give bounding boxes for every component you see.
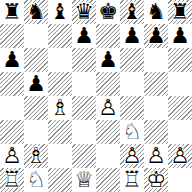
square-h8[interactable]: ♜♜ <box>168 0 192 24</box>
black-pawn-icon: ♟ <box>74 25 94 47</box>
square-b1[interactable]: ♞♘ <box>24 168 48 192</box>
square-h5[interactable] <box>168 72 192 96</box>
piece-black-pawn: ♟♟ <box>24 72 48 96</box>
black-knight-icon: ♞ <box>26 1 46 23</box>
square-e3[interactable] <box>96 120 120 144</box>
white-bishop-icon: ♗ <box>26 145 46 167</box>
white-pawn-icon: ♙ <box>146 145 166 167</box>
square-h1[interactable] <box>168 168 192 192</box>
white-bishop-icon: ♗ <box>50 97 70 119</box>
square-f5[interactable] <box>120 72 144 96</box>
square-g3[interactable] <box>144 120 168 144</box>
square-c1[interactable] <box>48 168 72 192</box>
piece-white-bishop: ♝♗ <box>48 96 72 120</box>
square-c3[interactable] <box>48 120 72 144</box>
square-g1[interactable]: ♚♔ <box>144 168 168 192</box>
square-g2[interactable]: ♟♙ <box>144 144 168 168</box>
white-king-icon: ♔ <box>146 169 166 191</box>
piece-black-pawn: ♟♟ <box>0 48 24 72</box>
white-knight-icon: ♘ <box>122 121 142 143</box>
square-d7[interactable]: ♟♟ <box>72 24 96 48</box>
square-a1[interactable]: ♜♖ <box>0 168 24 192</box>
square-d2[interactable] <box>72 144 96 168</box>
square-h7[interactable]: ♟♟ <box>168 24 192 48</box>
square-a3[interactable] <box>0 120 24 144</box>
piece-black-pawn: ♟♟ <box>144 24 168 48</box>
piece-white-rook: ♜♖ <box>120 168 144 192</box>
square-e6[interactable]: ♟♟ <box>96 48 120 72</box>
square-b4[interactable] <box>24 96 48 120</box>
square-a6[interactable]: ♟♟ <box>0 48 24 72</box>
white-pawn-icon: ♙ <box>170 145 190 167</box>
square-f4[interactable] <box>120 96 144 120</box>
square-c6[interactable] <box>48 48 72 72</box>
square-f8[interactable]: ♝♝ <box>120 0 144 24</box>
piece-black-bishop: ♝♝ <box>120 0 144 24</box>
piece-black-pawn: ♟♟ <box>96 48 120 72</box>
piece-white-pawn: ♟♙ <box>0 144 24 168</box>
piece-white-king: ♚♔ <box>144 168 168 192</box>
square-h6[interactable] <box>168 48 192 72</box>
black-pawn-icon: ♟ <box>26 73 46 95</box>
black-pawn-icon: ♟ <box>170 25 190 47</box>
square-a5[interactable] <box>0 72 24 96</box>
piece-white-bishop: ♝♗ <box>24 144 48 168</box>
piece-black-king: ♚♚ <box>96 0 120 24</box>
square-b7[interactable] <box>24 24 48 48</box>
piece-black-pawn: ♟♟ <box>120 24 144 48</box>
square-e4[interactable]: ♟♙ <box>96 96 120 120</box>
square-f6[interactable] <box>120 48 144 72</box>
square-f2[interactable]: ♟♙ <box>120 144 144 168</box>
piece-white-pawn: ♟♙ <box>168 144 192 168</box>
white-pawn-icon: ♙ <box>122 145 142 167</box>
piece-black-queen: ♛♛ <box>72 0 96 24</box>
square-f1[interactable]: ♜♖ <box>120 168 144 192</box>
piece-black-knight: ♞♞ <box>24 0 48 24</box>
black-pawn-icon: ♟ <box>2 49 22 71</box>
piece-white-pawn: ♟♙ <box>144 144 168 168</box>
chess-board: ♜♜♞♞♝♝♛♛♚♚♝♝♞♞♜♜♟♟♟♟♟♟♟♟♟♟♟♟♟♟♝♗♟♙♞♘♟♙♝♗… <box>0 0 192 192</box>
piece-white-knight: ♞♘ <box>24 168 48 192</box>
square-d1[interactable]: ♛♕ <box>72 168 96 192</box>
piece-white-rook: ♜♖ <box>0 168 24 192</box>
square-a7[interactable] <box>0 24 24 48</box>
square-a4[interactable] <box>0 96 24 120</box>
square-e7[interactable] <box>96 24 120 48</box>
piece-black-rook: ♜♜ <box>168 0 192 24</box>
black-pawn-icon: ♟ <box>146 25 166 47</box>
piece-white-pawn: ♟♙ <box>120 144 144 168</box>
piece-white-pawn: ♟♙ <box>96 96 120 120</box>
square-a2[interactable]: ♟♙ <box>0 144 24 168</box>
square-b5[interactable]: ♟♟ <box>24 72 48 96</box>
black-rook-icon: ♜ <box>170 1 190 23</box>
square-g6[interactable] <box>144 48 168 72</box>
square-b6[interactable] <box>24 48 48 72</box>
square-b8[interactable]: ♞♞ <box>24 0 48 24</box>
black-pawn-icon: ♟ <box>98 49 118 71</box>
black-queen-icon: ♛ <box>74 1 94 23</box>
square-c2[interactable] <box>48 144 72 168</box>
black-rook-icon: ♜ <box>2 1 22 23</box>
square-c7[interactable] <box>48 24 72 48</box>
piece-black-pawn: ♟♟ <box>168 24 192 48</box>
square-b2[interactable]: ♝♗ <box>24 144 48 168</box>
square-d4[interactable] <box>72 96 96 120</box>
black-bishop-icon: ♝ <box>122 1 142 23</box>
square-d5[interactable] <box>72 72 96 96</box>
square-f7[interactable]: ♟♟ <box>120 24 144 48</box>
white-rook-icon: ♖ <box>122 169 142 191</box>
square-h4[interactable] <box>168 96 192 120</box>
white-pawn-icon: ♙ <box>2 145 22 167</box>
white-knight-icon: ♘ <box>26 169 46 191</box>
square-f3[interactable]: ♞♘ <box>120 120 144 144</box>
piece-white-queen: ♛♕ <box>72 168 96 192</box>
square-c5[interactable] <box>48 72 72 96</box>
black-pawn-icon: ♟ <box>122 25 142 47</box>
square-e5[interactable] <box>96 72 120 96</box>
piece-black-bishop: ♝♝ <box>48 0 72 24</box>
square-g4[interactable] <box>144 96 168 120</box>
piece-black-knight: ♞♞ <box>144 0 168 24</box>
square-h2[interactable]: ♟♙ <box>168 144 192 168</box>
square-h3[interactable] <box>168 120 192 144</box>
square-b3[interactable] <box>24 120 48 144</box>
square-c4[interactable]: ♝♗ <box>48 96 72 120</box>
square-a8[interactable]: ♜♜ <box>0 0 24 24</box>
square-g5[interactable] <box>144 72 168 96</box>
square-e1[interactable] <box>96 168 120 192</box>
white-queen-icon: ♕ <box>74 169 94 191</box>
white-rook-icon: ♖ <box>2 169 22 191</box>
black-king-icon: ♚ <box>98 1 118 23</box>
square-d8[interactable]: ♛♛ <box>72 0 96 24</box>
square-c8[interactable]: ♝♝ <box>48 0 72 24</box>
square-e8[interactable]: ♚♚ <box>96 0 120 24</box>
piece-black-pawn: ♟♟ <box>72 24 96 48</box>
square-d6[interactable] <box>72 48 96 72</box>
white-pawn-icon: ♙ <box>98 97 118 119</box>
black-bishop-icon: ♝ <box>50 1 70 23</box>
square-d3[interactable] <box>72 120 96 144</box>
square-g7[interactable]: ♟♟ <box>144 24 168 48</box>
piece-black-rook: ♜♜ <box>0 0 24 24</box>
black-knight-icon: ♞ <box>146 1 166 23</box>
square-g8[interactable]: ♞♞ <box>144 0 168 24</box>
piece-white-knight: ♞♘ <box>120 120 144 144</box>
square-e2[interactable] <box>96 144 120 168</box>
